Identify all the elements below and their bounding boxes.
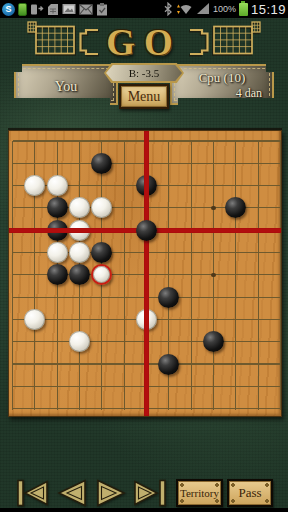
- stone-white: [69, 331, 90, 352]
- call-forward-icon: [30, 3, 44, 16]
- stone-black: [203, 331, 224, 352]
- go-board[interactable]: [8, 130, 282, 417]
- stone-white: [24, 309, 45, 330]
- player-plaque-cpu: Cpu (10) 4 dan: [170, 64, 274, 105]
- territory-button[interactable]: Territory: [176, 479, 223, 507]
- grid-line-v: [191, 141, 192, 410]
- status-right-group: 100% 15:19: [163, 2, 286, 17]
- bluetooth-icon: [163, 2, 173, 16]
- score-estimate: B: -3.5: [106, 65, 182, 81]
- grid-line-v: [235, 141, 236, 410]
- stone-black: [136, 220, 157, 241]
- app-title: GO: [0, 21, 288, 64]
- player-plaque-you: You: [14, 64, 118, 105]
- status-bar: S: [0, 0, 288, 18]
- stone-white: [91, 197, 112, 218]
- stone-black: [47, 197, 68, 218]
- last-move-crosshair-v: [144, 131, 149, 416]
- star-point: [211, 273, 216, 278]
- signal-strength-icon: [196, 3, 210, 15]
- battery-widget-icon: [18, 3, 27, 16]
- clock: 15:19: [251, 2, 286, 17]
- stone-black: [91, 242, 112, 263]
- bottom-toolbar: Territory Pass: [0, 478, 288, 508]
- stone-black: [158, 287, 179, 308]
- stone-black: [47, 264, 68, 285]
- stone-black: [69, 264, 90, 285]
- bottom-edge-bar: [0, 508, 288, 512]
- clipboard-icon: [96, 3, 108, 16]
- star-point: [211, 206, 216, 211]
- stone-black: [91, 153, 112, 174]
- step-forward-button[interactable]: [95, 479, 126, 507]
- wifi-icon: [176, 2, 193, 16]
- battery-icon: [239, 3, 248, 16]
- stone-white: [24, 175, 45, 196]
- skip-to-start-button[interactable]: [16, 479, 50, 507]
- skip-to-end-button[interactable]: [133, 479, 167, 507]
- player-cpu-label: Cpu (10): [172, 70, 272, 86]
- sim-card-icon: [47, 3, 59, 16]
- app-screen: S: [0, 0, 288, 512]
- skype-notification-icon: S: [2, 3, 15, 16]
- stone-black: [225, 197, 246, 218]
- stone-white: [47, 175, 68, 196]
- battery-percent: 100%: [213, 4, 236, 14]
- score-plaque: B: -3.5: [104, 63, 184, 83]
- menu-button[interactable]: Menu: [119, 84, 169, 109]
- stone-white: [47, 242, 68, 263]
- grid-line-v: [280, 141, 281, 410]
- pass-button[interactable]: Pass: [227, 479, 273, 507]
- stone-white: [69, 242, 90, 263]
- stone-black: [158, 354, 179, 375]
- email-icon: [79, 4, 93, 15]
- grid-line-v: [258, 141, 259, 410]
- stone-white: [91, 264, 112, 285]
- step-back-button[interactable]: [57, 479, 88, 507]
- player-you-label: You: [16, 79, 116, 95]
- player-cpu-rank: 4 dan: [172, 86, 272, 101]
- stone-white: [69, 197, 90, 218]
- gallery-icon: [62, 3, 76, 15]
